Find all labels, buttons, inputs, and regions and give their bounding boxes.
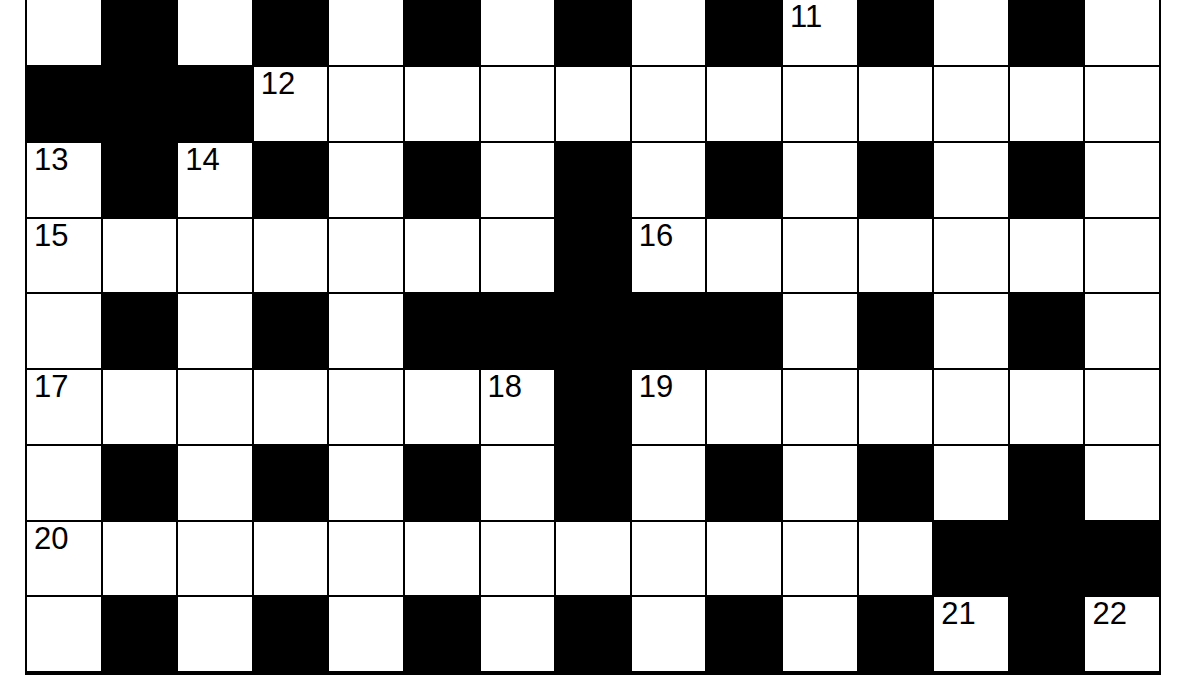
block-cell — [707, 143, 781, 217]
white-cell[interactable] — [632, 0, 706, 65]
white-cell[interactable] — [707, 370, 781, 444]
white-cell[interactable] — [707, 219, 781, 293]
block-cell — [556, 0, 630, 65]
white-cell[interactable] — [27, 0, 101, 65]
white-cell[interactable] — [481, 0, 555, 65]
white-cell[interactable] — [783, 219, 857, 293]
white-cell[interactable] — [632, 446, 706, 520]
white-cell[interactable]: 17 — [27, 370, 101, 444]
block-cell — [27, 67, 101, 141]
white-cell[interactable]: 21 — [934, 597, 1008, 671]
white-cell[interactable] — [1085, 370, 1159, 444]
white-cell[interactable] — [934, 0, 1008, 65]
white-cell[interactable] — [632, 522, 706, 596]
white-cell[interactable] — [783, 294, 857, 368]
white-cell[interactable] — [329, 522, 403, 596]
clue-number: 17 — [34, 371, 68, 402]
white-cell[interactable] — [1010, 67, 1084, 141]
white-cell[interactable] — [178, 370, 252, 444]
white-cell[interactable] — [329, 446, 403, 520]
white-cell[interactable] — [178, 597, 252, 671]
block-cell — [556, 446, 630, 520]
white-cell[interactable]: 22 — [1085, 597, 1159, 671]
white-cell[interactable] — [934, 294, 1008, 368]
clue-number: 16 — [639, 220, 673, 251]
white-cell[interactable] — [27, 294, 101, 368]
white-cell[interactable]: 12 — [254, 67, 328, 141]
white-cell[interactable] — [329, 294, 403, 368]
white-cell[interactable] — [329, 370, 403, 444]
white-cell[interactable] — [254, 370, 328, 444]
white-cell[interactable] — [934, 446, 1008, 520]
white-cell[interactable] — [178, 0, 252, 65]
block-cell — [103, 0, 177, 65]
white-cell[interactable] — [1085, 219, 1159, 293]
block-cell — [934, 522, 1008, 596]
block-cell — [707, 0, 781, 65]
white-cell[interactable] — [632, 597, 706, 671]
block-cell — [859, 143, 933, 217]
white-cell[interactable]: 18 — [481, 370, 555, 444]
white-cell[interactable]: 13 — [27, 143, 101, 217]
block-cell — [254, 0, 328, 65]
block-cell — [707, 294, 781, 368]
white-cell[interactable] — [329, 219, 403, 293]
white-cell[interactable] — [103, 219, 177, 293]
block-cell — [178, 67, 252, 141]
white-cell[interactable]: 14 — [178, 143, 252, 217]
white-cell[interactable] — [329, 67, 403, 141]
white-cell[interactable] — [783, 446, 857, 520]
white-cell[interactable] — [556, 67, 630, 141]
white-cell[interactable] — [103, 370, 177, 444]
white-cell[interactable] — [481, 143, 555, 217]
white-cell[interactable]: 20 — [27, 522, 101, 596]
block-cell — [405, 143, 479, 217]
clue-number: 20 — [34, 523, 68, 554]
clue-number: 11 — [790, 1, 822, 32]
block-cell — [556, 294, 630, 368]
white-cell[interactable] — [254, 219, 328, 293]
block-cell — [632, 294, 706, 368]
white-cell[interactable] — [1085, 143, 1159, 217]
white-cell[interactable] — [783, 597, 857, 671]
white-cell[interactable] — [27, 597, 101, 671]
white-cell[interactable] — [1085, 0, 1159, 65]
block-cell — [103, 143, 177, 217]
block-cell — [707, 597, 781, 671]
block-cell — [1010, 294, 1084, 368]
white-cell[interactable] — [859, 67, 933, 141]
white-cell[interactable] — [329, 143, 403, 217]
white-cell[interactable] — [103, 522, 177, 596]
white-cell[interactable] — [178, 294, 252, 368]
block-cell — [1010, 143, 1084, 217]
white-cell[interactable] — [481, 219, 555, 293]
clue-number: 12 — [261, 68, 295, 99]
block-cell — [859, 597, 933, 671]
white-cell[interactable] — [556, 522, 630, 596]
white-cell[interactable]: 11 — [783, 0, 857, 65]
white-cell[interactable] — [178, 219, 252, 293]
block-cell — [1010, 522, 1084, 596]
white-cell[interactable] — [254, 522, 328, 596]
block-cell — [103, 67, 177, 141]
white-cell[interactable] — [707, 67, 781, 141]
white-cell[interactable] — [632, 67, 706, 141]
white-cell[interactable] — [178, 522, 252, 596]
white-cell[interactable] — [783, 67, 857, 141]
clue-number: 22 — [1092, 598, 1126, 629]
block-cell — [405, 446, 479, 520]
block-cell — [254, 143, 328, 217]
clue-number: 21 — [941, 598, 975, 629]
white-cell[interactable] — [1010, 370, 1084, 444]
block-cell — [405, 597, 479, 671]
clue-number: 14 — [185, 144, 219, 175]
clue-number: 13 — [34, 144, 68, 175]
white-cell[interactable] — [405, 219, 479, 293]
white-cell[interactable] — [27, 446, 101, 520]
block-cell — [1010, 597, 1084, 671]
block-cell — [1010, 0, 1084, 65]
white-cell[interactable] — [934, 143, 1008, 217]
clue-number: 19 — [639, 371, 673, 402]
white-cell[interactable] — [1085, 294, 1159, 368]
clue-number: 15 — [34, 220, 68, 251]
white-cell[interactable] — [783, 143, 857, 217]
block-cell — [556, 370, 630, 444]
white-cell[interactable] — [859, 219, 933, 293]
white-cell[interactable] — [1085, 446, 1159, 520]
white-cell[interactable] — [405, 370, 479, 444]
white-cell[interactable] — [934, 219, 1008, 293]
white-cell[interactable]: 15 — [27, 219, 101, 293]
block-cell — [254, 597, 328, 671]
white-cell[interactable] — [329, 0, 403, 65]
block-cell — [859, 446, 933, 520]
block-cell — [556, 143, 630, 217]
block-cell — [707, 446, 781, 520]
white-cell[interactable]: 16 — [632, 219, 706, 293]
block-cell — [254, 294, 328, 368]
white-cell[interactable] — [707, 522, 781, 596]
block-cell — [103, 294, 177, 368]
white-cell[interactable] — [859, 370, 933, 444]
white-cell[interactable] — [481, 597, 555, 671]
white-cell[interactable] — [405, 67, 479, 141]
block-cell — [859, 294, 933, 368]
block-cell — [859, 0, 933, 65]
block-cell — [1085, 522, 1159, 596]
white-cell[interactable] — [632, 143, 706, 217]
block-cell — [405, 294, 479, 368]
block-cell — [103, 597, 177, 671]
block-cell — [556, 597, 630, 671]
block-cell — [481, 294, 555, 368]
white-cell[interactable] — [405, 522, 479, 596]
white-cell[interactable]: 19 — [632, 370, 706, 444]
white-cell[interactable] — [934, 370, 1008, 444]
white-cell[interactable] — [178, 446, 252, 520]
white-cell[interactable] — [481, 446, 555, 520]
white-cell[interactable] — [783, 370, 857, 444]
white-cell[interactable] — [329, 597, 403, 671]
white-cell[interactable] — [1010, 219, 1084, 293]
block-cell — [1010, 446, 1084, 520]
white-cell[interactable] — [1085, 67, 1159, 141]
white-cell[interactable] — [934, 67, 1008, 141]
block-cell — [103, 446, 177, 520]
white-cell[interactable] — [481, 522, 555, 596]
block-cell — [254, 446, 328, 520]
white-cell[interactable] — [859, 522, 933, 596]
clue-number: 18 — [488, 371, 522, 402]
crossword-grid: 111213141516171819202122 — [25, 0, 1161, 675]
block-cell — [556, 219, 630, 293]
white-cell[interactable] — [783, 522, 857, 596]
block-cell — [405, 0, 479, 65]
white-cell[interactable] — [481, 67, 555, 141]
